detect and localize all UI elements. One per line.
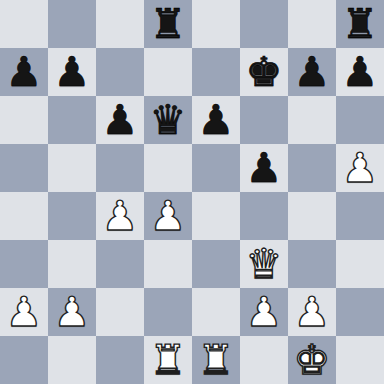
piece-black-pawn-h7[interactable]: ♟: [336, 48, 384, 96]
piece-white-rook-e1[interactable]: ♜: [192, 336, 240, 384]
piece-white-pawn-f2[interactable]: ♟: [240, 288, 288, 336]
square-h6[interactable]: [336, 96, 384, 144]
piece-white-rook-d1[interactable]: ♜: [144, 336, 192, 384]
square-b3[interactable]: [48, 240, 96, 288]
square-g4[interactable]: [288, 192, 336, 240]
square-d6[interactable]: ♛: [144, 96, 192, 144]
square-f7[interactable]: ♚: [240, 48, 288, 96]
square-g8[interactable]: [288, 0, 336, 48]
square-a5[interactable]: [0, 144, 48, 192]
square-a4[interactable]: [0, 192, 48, 240]
square-d1[interactable]: ♜: [144, 336, 192, 384]
square-d8[interactable]: ♜: [144, 0, 192, 48]
square-h7[interactable]: ♟: [336, 48, 384, 96]
square-c7[interactable]: [96, 48, 144, 96]
square-h2[interactable]: [336, 288, 384, 336]
square-a2[interactable]: ♟: [0, 288, 48, 336]
square-b7[interactable]: ♟: [48, 48, 96, 96]
square-c2[interactable]: [96, 288, 144, 336]
square-e3[interactable]: [192, 240, 240, 288]
square-b8[interactable]: [48, 0, 96, 48]
square-g1[interactable]: ♚: [288, 336, 336, 384]
piece-black-rook-d8[interactable]: ♜: [144, 0, 192, 48]
square-f2[interactable]: ♟: [240, 288, 288, 336]
piece-white-king-g1[interactable]: ♚: [288, 336, 336, 384]
square-b6[interactable]: [48, 96, 96, 144]
square-c8[interactable]: [96, 0, 144, 48]
square-h5[interactable]: ♟: [336, 144, 384, 192]
square-f4[interactable]: [240, 192, 288, 240]
square-f3[interactable]: ♛: [240, 240, 288, 288]
square-d3[interactable]: [144, 240, 192, 288]
piece-white-pawn-a2[interactable]: ♟: [0, 288, 48, 336]
square-g7[interactable]: ♟: [288, 48, 336, 96]
square-c1[interactable]: [96, 336, 144, 384]
square-e6[interactable]: ♟: [192, 96, 240, 144]
piece-black-rook-h8[interactable]: ♜: [336, 0, 384, 48]
square-f1[interactable]: [240, 336, 288, 384]
piece-black-king-f7[interactable]: ♚: [240, 48, 288, 96]
square-h1[interactable]: [336, 336, 384, 384]
square-a1[interactable]: [0, 336, 48, 384]
square-f5[interactable]: ♟: [240, 144, 288, 192]
square-d2[interactable]: [144, 288, 192, 336]
piece-black-queen-d6[interactable]: ♛: [144, 96, 192, 144]
piece-black-pawn-f5[interactable]: ♟: [240, 144, 288, 192]
piece-black-pawn-c6[interactable]: ♟: [96, 96, 144, 144]
square-c3[interactable]: [96, 240, 144, 288]
square-c5[interactable]: [96, 144, 144, 192]
square-b2[interactable]: ♟: [48, 288, 96, 336]
square-g2[interactable]: ♟: [288, 288, 336, 336]
piece-white-pawn-g2[interactable]: ♟: [288, 288, 336, 336]
square-e7[interactable]: [192, 48, 240, 96]
piece-black-pawn-e6[interactable]: ♟: [192, 96, 240, 144]
chess-board: ♜♜♟♟♚♟♟♟♛♟♟♟♟♟♛♟♟♟♟♜♜♚: [0, 0, 384, 384]
square-a8[interactable]: [0, 0, 48, 48]
square-d5[interactable]: [144, 144, 192, 192]
piece-white-pawn-d4[interactable]: ♟: [144, 192, 192, 240]
square-h8[interactable]: ♜: [336, 0, 384, 48]
square-h3[interactable]: [336, 240, 384, 288]
piece-black-pawn-b7[interactable]: ♟: [48, 48, 96, 96]
piece-white-pawn-h5[interactable]: ♟: [336, 144, 384, 192]
square-e8[interactable]: [192, 0, 240, 48]
square-h4[interactable]: [336, 192, 384, 240]
square-b1[interactable]: [48, 336, 96, 384]
piece-black-pawn-g7[interactable]: ♟: [288, 48, 336, 96]
square-b4[interactable]: [48, 192, 96, 240]
square-f8[interactable]: [240, 0, 288, 48]
square-c4[interactable]: ♟: [96, 192, 144, 240]
square-e4[interactable]: [192, 192, 240, 240]
square-c6[interactable]: ♟: [96, 96, 144, 144]
square-d4[interactable]: ♟: [144, 192, 192, 240]
square-e1[interactable]: ♜: [192, 336, 240, 384]
square-f6[interactable]: [240, 96, 288, 144]
square-d7[interactable]: [144, 48, 192, 96]
piece-white-pawn-b2[interactable]: ♟: [48, 288, 96, 336]
piece-white-pawn-c4[interactable]: ♟: [96, 192, 144, 240]
square-a3[interactable]: [0, 240, 48, 288]
square-a7[interactable]: ♟: [0, 48, 48, 96]
piece-white-queen-f3[interactable]: ♛: [240, 240, 288, 288]
square-e5[interactable]: [192, 144, 240, 192]
square-g3[interactable]: [288, 240, 336, 288]
piece-black-pawn-a7[interactable]: ♟: [0, 48, 48, 96]
square-a6[interactable]: [0, 96, 48, 144]
square-g6[interactable]: [288, 96, 336, 144]
square-e2[interactable]: [192, 288, 240, 336]
square-g5[interactable]: [288, 144, 336, 192]
square-b5[interactable]: [48, 144, 96, 192]
